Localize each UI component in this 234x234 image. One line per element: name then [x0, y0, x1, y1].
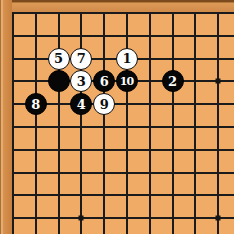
stones-layer: 12345678910 [2, 2, 230, 230]
stone-black-4: 4 [70, 93, 92, 115]
stone-white-1: 1 [116, 48, 138, 70]
stone-white-5: 5 [48, 48, 70, 70]
stone-white-3: 3 [70, 70, 92, 92]
go-board: 12345678910 [0, 0, 234, 234]
stone-white-9: 9 [93, 93, 115, 115]
stone-black-2: 2 [162, 70, 184, 92]
stone-black-8: 8 [25, 93, 47, 115]
stone-black-10: 10 [116, 70, 138, 92]
stone-black-plain [48, 70, 70, 92]
stone-white-7: 7 [70, 48, 92, 70]
stone-black-6: 6 [93, 70, 115, 92]
